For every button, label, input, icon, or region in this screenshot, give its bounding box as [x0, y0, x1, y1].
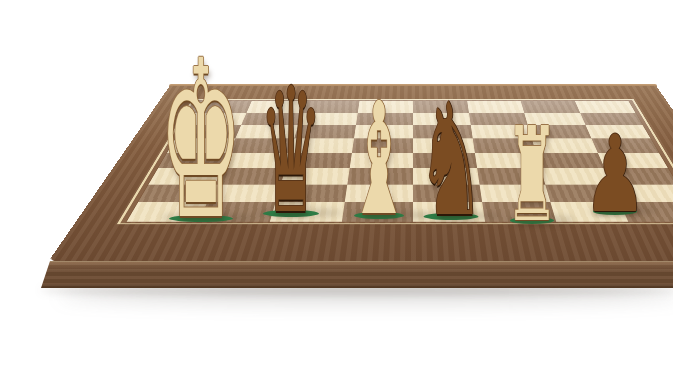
black-queen-piece: ♛: [259, 92, 322, 213]
white-bishop-piece: ♝: [347, 107, 412, 216]
square-h8: [575, 101, 636, 113]
scene: ♚ ♛ ♝ ♞ ♜ ♟: [0, 0, 673, 381]
white-king-piece: ♚: [159, 65, 243, 218]
black-knight-piece: ♞: [417, 108, 484, 217]
white-rook-piece: ♜: [505, 129, 558, 220]
board-front-edge: [41, 261, 673, 289]
black-pawn-piece: ♟: [583, 137, 646, 211]
